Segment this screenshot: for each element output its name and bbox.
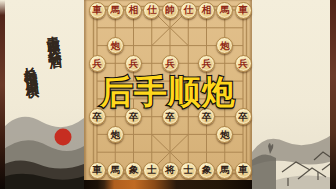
piece-glyph: 馬	[220, 165, 230, 175]
right-paper-panel: 丹青讲棋 丹青省三届象棋冠军 四川省象棋优秀传播棋手 资深象棋教练中心认证号	[252, 0, 336, 189]
piece-black-advisor: 士	[180, 162, 197, 179]
piece-glyph: 象	[202, 165, 212, 175]
piece-glyph: 炮	[220, 41, 230, 51]
piece-glyph: 相	[202, 5, 212, 15]
piece-glyph: 兵	[238, 59, 248, 68]
piece-glyph: 車	[92, 165, 102, 175]
piece-red-horse: 馬	[216, 2, 233, 19]
piece-glyph: 兵	[92, 59, 102, 68]
ink-landscape-right	[252, 0, 336, 189]
couplet-line-1: 青山不厌三杯酒	[42, 25, 62, 48]
piece-red-general: 帥	[162, 2, 179, 19]
piece-glyph: 卒	[165, 112, 175, 122]
piece-glyph: 卒	[238, 112, 248, 122]
piece-red-elephant: 相	[198, 2, 215, 19]
bottom-bar	[84, 180, 252, 189]
piece-glyph: 帥	[165, 5, 175, 15]
piece-black-chariot: 車	[235, 162, 252, 179]
piece-red-soldier: 兵	[235, 55, 252, 72]
piece-glyph: 馬	[111, 5, 121, 15]
piece-red-chariot: 車	[89, 2, 106, 19]
piece-glyph: 炮	[111, 41, 121, 51]
piece-glyph: 兵	[202, 59, 212, 68]
piece-red-elephant: 相	[125, 2, 142, 19]
piece-glyph: 卒	[202, 112, 212, 122]
piece-black-general: 将	[162, 162, 179, 179]
piece-black-elephant: 象	[198, 162, 215, 179]
left-paper-panel: 青山不厌三杯酒 长日惟消一局棋	[0, 0, 84, 189]
piece-black-advisor: 士	[143, 162, 160, 179]
piece-glyph: 卒	[92, 112, 102, 122]
right-edge-strip	[330, 0, 336, 189]
piece-glyph: 兵	[129, 59, 139, 68]
thumbnail: 青山不厌三杯酒 长日惟消一局棋 丹青讲棋 丹青省三届象棋冠军 四川省象棋优秀传播…	[0, 0, 336, 189]
piece-glyph: 象	[129, 165, 139, 175]
piece-glyph: 車	[238, 165, 248, 175]
piece-red-cannon: 炮	[107, 37, 124, 54]
piece-glyph: 卒	[129, 112, 139, 122]
piece-red-chariot: 車	[235, 2, 252, 19]
piece-red-advisor: 仕	[180, 2, 197, 19]
piece-glyph: 士	[184, 165, 194, 175]
piece-glyph: 仕	[184, 5, 194, 15]
piece-red-soldier: 兵	[89, 55, 106, 72]
overlay-title: 后手顺炮	[84, 72, 252, 112]
piece-black-horse: 馬	[107, 162, 124, 179]
piece-red-advisor: 仕	[143, 2, 160, 19]
piece-glyph: 馬	[220, 5, 230, 15]
piece-glyph: 車	[238, 5, 248, 15]
red-sun	[55, 129, 72, 146]
piece-glyph: 士	[147, 165, 157, 175]
piece-red-horse: 馬	[107, 2, 124, 19]
piece-black-elephant: 象	[125, 162, 142, 179]
piece-glyph: 車	[92, 5, 102, 15]
piece-red-soldier: 兵	[125, 55, 142, 72]
couplet-line-2: 长日惟消一局棋	[19, 56, 39, 79]
piece-black-horse: 馬	[216, 162, 233, 179]
piece-black-chariot: 車	[89, 162, 106, 179]
piece-red-soldier: 兵	[162, 55, 179, 72]
piece-glyph: 将	[165, 165, 175, 175]
piece-glyph: 炮	[111, 130, 121, 140]
piece-glyph: 仕	[147, 5, 157, 15]
piece-red-soldier: 兵	[198, 55, 215, 72]
piece-glyph: 炮	[220, 130, 230, 140]
piece-glyph: 馬	[111, 165, 121, 175]
piece-glyph: 兵	[165, 59, 175, 68]
piece-glyph: 相	[129, 5, 139, 15]
piece-black-cannon: 炮	[107, 126, 124, 143]
left-edge-strip	[0, 0, 5, 189]
